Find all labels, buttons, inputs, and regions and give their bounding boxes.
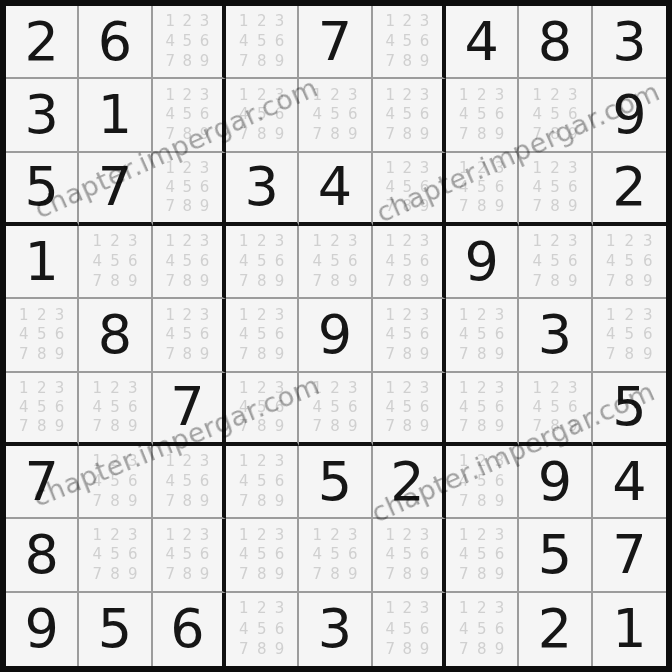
pencil-mark-9: 9 [196,125,213,145]
pencil-mark-3: 3 [271,232,289,252]
pencil-mark-8: 8 [473,565,491,585]
pencil-mark-6: 6 [196,252,213,272]
pencil-mark-4: 4 [308,105,326,125]
pencil-mark-8: 8 [253,272,271,292]
pencil-mark-5: 5 [253,545,271,565]
pencil-mark-4: 4 [162,178,179,197]
pencil-mark-3: 3 [416,159,433,178]
cell-r5c2[interactable]: 8 [79,299,152,372]
pencil-mark-2: 2 [179,525,196,545]
cell-r9c1[interactable]: 9 [6,593,79,666]
pencil-marks: 123456789 [446,373,517,442]
pencil-mark-1: 1 [528,159,546,178]
cell-r1c2[interactable]: 6 [79,6,152,79]
pencil-marks: 123456789 [446,153,517,222]
pencil-mark-9: 9 [271,417,289,436]
pencil-mark-1: 1 [88,379,106,398]
cell-r6c4[interactable]: 123456789 [226,373,299,446]
pencil-mark-7: 7 [162,197,179,216]
pencil-mark-5: 5 [546,178,564,197]
cell-r7c9[interactable]: 4 [593,446,666,519]
cell-r3c2[interactable]: 7 [79,153,152,226]
pencil-marks: 123456789 [593,299,666,370]
given-digit: 7 [318,15,352,69]
cell-r6c3[interactable]: 7 [153,373,226,446]
cell-r2c5[interactable]: 123456789 [299,79,372,152]
pencil-mark-8: 8 [399,565,416,585]
given-digit: 3 [24,88,58,142]
pencil-mark-3: 3 [491,452,509,472]
given-digit: 7 [24,455,58,509]
pencil-mark-7: 7 [382,565,399,585]
pencil-mark-7: 7 [15,417,33,436]
pencil-mark-7: 7 [162,565,179,585]
pencil-mark-9: 9 [491,197,509,216]
pencil-mark-1: 1 [455,85,473,105]
pencil-mark-5: 5 [179,252,196,272]
pencil-mark-9: 9 [416,197,433,216]
cell-r5c9[interactable]: 123456789 [593,299,666,372]
pencil-mark-5: 5 [326,105,344,125]
pencil-mark-7: 7 [455,640,473,660]
pencil-mark-2: 2 [546,159,564,178]
pencil-mark-8: 8 [253,640,271,660]
cell-r8c8[interactable]: 5 [519,519,592,592]
cell-r2c6[interactable]: 123456789 [373,79,446,152]
given-digit: 1 [98,88,132,142]
cell-r9c9[interactable]: 1 [593,593,666,666]
pencil-mark-1: 1 [15,305,33,325]
pencil-mark-4: 4 [382,398,399,417]
pencil-mark-4: 4 [455,398,473,417]
cell-r1c1[interactable]: 2 [6,6,79,79]
pencil-mark-4: 4 [235,105,253,125]
cell-r5c3[interactable]: 123456789 [153,299,226,372]
given-digit: 4 [612,455,646,509]
cell-r1c3[interactable]: 123456789 [153,6,226,79]
pencil-mark-5: 5 [399,32,416,52]
pencil-marks: 123456789 [446,446,517,517]
cell-r2c9[interactable]: 9 [593,79,666,152]
pencil-mark-1: 1 [382,305,399,325]
pencil-marks: 123456789 [6,373,77,442]
pencil-marks: 123456789 [226,446,297,517]
pencil-mark-7: 7 [308,417,326,436]
pencil-mark-9: 9 [491,492,509,512]
cell-r4c3[interactable]: 123456789 [153,226,226,299]
pencil-mark-3: 3 [416,379,433,398]
cell-r1c4[interactable]: 123456789 [226,6,299,79]
pencil-mark-3: 3 [639,305,657,325]
cell-r3c1[interactable]: 5 [6,153,79,226]
given-digit: 2 [538,602,572,656]
pencil-mark-3: 3 [564,232,582,252]
pencil-mark-3: 3 [344,379,362,398]
cell-r7c1[interactable]: 7 [6,446,79,519]
pencil-mark-3: 3 [196,525,213,545]
pencil-mark-8: 8 [106,492,124,512]
given-digit: 2 [24,15,58,69]
cell-r6c5[interactable]: 123456789 [299,373,372,446]
pencil-mark-2: 2 [473,305,491,325]
pencil-mark-4: 4 [455,619,473,639]
pencil-mark-1: 1 [15,379,33,398]
pencil-mark-2: 2 [399,305,416,325]
pencil-mark-4: 4 [235,252,253,272]
cell-r3c7[interactable]: 123456789 [446,153,519,226]
pencil-mark-6: 6 [124,252,142,272]
pencil-mark-3: 3 [271,452,289,472]
pencil-mark-2: 2 [620,232,638,252]
pencil-mark-2: 2 [620,305,638,325]
cell-r7c3[interactable]: 123456789 [153,446,226,519]
pencil-mark-1: 1 [602,305,620,325]
pencil-mark-7: 7 [235,565,253,585]
pencil-mark-1: 1 [162,85,179,105]
pencil-marks: 123456789 [373,519,442,590]
pencil-mark-6: 6 [491,619,509,639]
cell-r1c8[interactable]: 8 [519,6,592,79]
pencil-marks: 123456789 [593,226,666,297]
cell-r3c5[interactable]: 4 [299,153,372,226]
pencil-mark-1: 1 [88,232,106,252]
pencil-mark-5: 5 [473,472,491,492]
pencil-mark-3: 3 [564,85,582,105]
cell-r3c3[interactable]: 123456789 [153,153,226,226]
pencil-mark-5: 5 [179,178,196,197]
cell-r4c7[interactable]: 9 [446,226,519,299]
pencil-mark-6: 6 [344,105,362,125]
pencil-mark-6: 6 [344,252,362,272]
pencil-marks: 123456789 [153,519,222,590]
cell-r9c6[interactable]: 123456789 [373,593,446,666]
pencil-mark-8: 8 [253,565,271,585]
pencil-mark-2: 2 [106,379,124,398]
pencil-mark-7: 7 [88,492,106,512]
cell-r6c1[interactable]: 123456789 [6,373,79,446]
pencil-mark-3: 3 [416,525,433,545]
pencil-mark-3: 3 [344,85,362,105]
pencil-marks: 123456789 [226,373,297,442]
pencil-mark-3: 3 [51,305,69,325]
pencil-mark-4: 4 [162,252,179,272]
cell-r5c7[interactable]: 123456789 [446,299,519,372]
pencil-mark-2: 2 [546,85,564,105]
pencil-mark-2: 2 [253,85,271,105]
pencil-mark-5: 5 [399,325,416,345]
pencil-mark-4: 4 [162,325,179,345]
pencil-mark-9: 9 [344,417,362,436]
pencil-mark-1: 1 [308,379,326,398]
cell-r6c8[interactable]: 123456789 [519,373,592,446]
pencil-marks: 123456789 [226,519,297,590]
pencil-mark-2: 2 [399,379,416,398]
pencil-marks: 123456789 [446,79,517,150]
pencil-mark-4: 4 [235,32,253,52]
pencil-mark-5: 5 [473,619,491,639]
pencil-mark-7: 7 [382,272,399,292]
pencil-mark-9: 9 [124,565,142,585]
cell-r5c1[interactable]: 123456789 [6,299,79,372]
cell-r5c5[interactable]: 9 [299,299,372,372]
pencil-mark-7: 7 [235,492,253,512]
pencil-mark-8: 8 [253,52,271,72]
pencil-mark-7: 7 [455,417,473,436]
pencil-mark-9: 9 [196,492,213,512]
pencil-mark-8: 8 [399,417,416,436]
given-digit: 7 [170,380,204,434]
cell-r8c6[interactable]: 123456789 [373,519,446,592]
pencil-mark-7: 7 [162,52,179,72]
cell-r9c4[interactable]: 123456789 [226,593,299,666]
pencil-mark-9: 9 [271,565,289,585]
cell-r4c9[interactable]: 123456789 [593,226,666,299]
pencil-mark-6: 6 [416,398,433,417]
pencil-mark-6: 6 [124,545,142,565]
pencil-mark-7: 7 [162,125,179,145]
pencil-mark-6: 6 [491,105,509,125]
pencil-mark-5: 5 [399,619,416,639]
cell-r4c4[interactable]: 123456789 [226,226,299,299]
pencil-mark-3: 3 [271,525,289,545]
pencil-mark-8: 8 [473,125,491,145]
cell-r7c6[interactable]: 2 [373,446,446,519]
cell-r8c7[interactable]: 123456789 [446,519,519,592]
pencil-mark-5: 5 [326,252,344,272]
pencil-mark-3: 3 [491,379,509,398]
cell-r2c3[interactable]: 123456789 [153,79,226,152]
given-digit: 3 [318,602,352,656]
pencil-marks: 123456789 [226,6,297,77]
cell-r6c9[interactable]: 5 [593,373,666,446]
pencil-mark-2: 2 [179,232,196,252]
pencil-mark-7: 7 [15,345,33,365]
pencil-mark-4: 4 [528,252,546,272]
pencil-mark-8: 8 [473,417,491,436]
pencil-mark-3: 3 [564,159,582,178]
cell-r8c9[interactable]: 7 [593,519,666,592]
pencil-mark-6: 6 [564,398,582,417]
pencil-mark-1: 1 [382,599,399,619]
cell-r5c6[interactable]: 123456789 [373,299,446,372]
pencil-mark-2: 2 [473,452,491,472]
pencil-mark-5: 5 [473,325,491,345]
pencil-mark-1: 1 [162,452,179,472]
pencil-marks: 123456789 [226,593,297,666]
pencil-mark-4: 4 [162,32,179,52]
cell-r9c7[interactable]: 123456789 [446,593,519,666]
pencil-mark-7: 7 [235,417,253,436]
pencil-mark-7: 7 [235,52,253,72]
pencil-mark-4: 4 [382,545,399,565]
pencil-mark-6: 6 [416,178,433,197]
pencil-marks: 123456789 [79,446,150,517]
pencil-marks: 123456789 [446,299,517,370]
pencil-mark-1: 1 [88,525,106,545]
pencil-mark-2: 2 [33,305,51,325]
pencil-marks: 123456789 [153,299,222,370]
pencil-mark-8: 8 [326,125,344,145]
cell-r3c8[interactable]: 123456789 [519,153,592,226]
cell-r1c9[interactable]: 3 [593,6,666,79]
pencil-mark-8: 8 [473,197,491,216]
cell-r9c5[interactable]: 3 [299,593,372,666]
pencil-mark-5: 5 [620,252,638,272]
pencil-mark-5: 5 [179,325,196,345]
pencil-mark-6: 6 [271,325,289,345]
pencil-mark-2: 2 [473,599,491,619]
pencil-mark-6: 6 [491,325,509,345]
cell-r6c6[interactable]: 123456789 [373,373,446,446]
cell-r9c8[interactable]: 2 [519,593,592,666]
cell-r7c4[interactable]: 123456789 [226,446,299,519]
given-digit: 3 [612,15,646,69]
cell-r2c7[interactable]: 123456789 [446,79,519,152]
cell-r7c8[interactable]: 9 [519,446,592,519]
pencil-mark-8: 8 [546,272,564,292]
cell-r8c2[interactable]: 123456789 [79,519,152,592]
pencil-mark-6: 6 [416,619,433,639]
pencil-marks: 123456789 [373,153,442,222]
cell-r3c4[interactable]: 3 [226,153,299,226]
pencil-mark-5: 5 [620,325,638,345]
given-digit: 4 [464,15,498,69]
pencil-mark-3: 3 [196,305,213,325]
cell-r7c5[interactable]: 5 [299,446,372,519]
cell-r6c2[interactable]: 123456789 [79,373,152,446]
given-digit: 7 [612,528,646,582]
pencil-mark-5: 5 [253,398,271,417]
pencil-mark-4: 4 [382,32,399,52]
pencil-mark-6: 6 [416,545,433,565]
cell-r8c4[interactable]: 123456789 [226,519,299,592]
pencil-mark-8: 8 [473,492,491,512]
pencil-marks: 123456789 [446,519,517,590]
pencil-mark-7: 7 [455,565,473,585]
pencil-mark-2: 2 [179,452,196,472]
pencil-mark-8: 8 [620,345,638,365]
cell-r4c6[interactable]: 123456789 [373,226,446,299]
pencil-mark-3: 3 [271,305,289,325]
pencil-mark-8: 8 [179,272,196,292]
pencil-mark-5: 5 [399,545,416,565]
given-digit: 4 [318,160,352,214]
pencil-mark-9: 9 [51,417,69,436]
pencil-mark-7: 7 [162,492,179,512]
cell-r7c7[interactable]: 123456789 [446,446,519,519]
cell-r4c5[interactable]: 123456789 [299,226,372,299]
pencil-mark-7: 7 [382,345,399,365]
pencil-mark-7: 7 [602,272,620,292]
pencil-marks: 123456789 [226,79,297,150]
pencil-mark-4: 4 [602,252,620,272]
cell-r9c2[interactable]: 5 [79,593,152,666]
cell-r1c7[interactable]: 4 [446,6,519,79]
pencil-mark-8: 8 [179,197,196,216]
cell-r1c5[interactable]: 7 [299,6,372,79]
pencil-mark-2: 2 [399,232,416,252]
pencil-mark-3: 3 [124,232,142,252]
cell-r2c8[interactable]: 123456789 [519,79,592,152]
cell-r7c2[interactable]: 123456789 [79,446,152,519]
cell-r1c6[interactable]: 123456789 [373,6,446,79]
pencil-mark-7: 7 [528,272,546,292]
pencil-mark-2: 2 [326,379,344,398]
cell-r3c9[interactable]: 2 [593,153,666,226]
pencil-mark-8: 8 [399,125,416,145]
given-digit: 5 [24,160,58,214]
pencil-mark-8: 8 [473,345,491,365]
pencil-mark-3: 3 [491,599,509,619]
pencil-mark-3: 3 [51,379,69,398]
cell-r4c8[interactable]: 123456789 [519,226,592,299]
pencil-mark-6: 6 [344,398,362,417]
pencil-mark-8: 8 [399,272,416,292]
pencil-mark-1: 1 [382,159,399,178]
pencil-mark-9: 9 [416,345,433,365]
cell-r6c7[interactable]: 123456789 [446,373,519,446]
pencil-mark-2: 2 [106,525,124,545]
pencil-mark-5: 5 [399,398,416,417]
pencil-mark-8: 8 [399,345,416,365]
pencil-mark-5: 5 [399,178,416,197]
cell-r5c8[interactable]: 3 [519,299,592,372]
cell-r8c5[interactable]: 123456789 [299,519,372,592]
pencil-mark-7: 7 [382,52,399,72]
pencil-mark-2: 2 [253,379,271,398]
cell-r4c1[interactable]: 1 [6,226,79,299]
pencil-mark-1: 1 [162,525,179,545]
pencil-mark-4: 4 [455,545,473,565]
pencil-mark-3: 3 [491,525,509,545]
cell-r2c2[interactable]: 1 [79,79,152,152]
pencil-mark-2: 2 [473,525,491,545]
cell-r8c3[interactable]: 123456789 [153,519,226,592]
pencil-mark-2: 2 [33,379,51,398]
pencil-mark-4: 4 [88,252,106,272]
pencil-mark-6: 6 [344,545,362,565]
pencil-mark-9: 9 [344,565,362,585]
pencil-mark-8: 8 [399,640,416,660]
pencil-mark-6: 6 [51,398,69,417]
pencil-marks: 123456789 [153,6,222,77]
cell-r8c1[interactable]: 8 [6,519,79,592]
pencil-marks: 123456789 [519,79,590,150]
pencil-mark-9: 9 [271,492,289,512]
cell-r4c2[interactable]: 123456789 [79,226,152,299]
cell-r5c4[interactable]: 123456789 [226,299,299,372]
pencil-marks: 123456789 [6,299,77,370]
pencil-mark-6: 6 [196,178,213,197]
pencil-mark-6: 6 [639,325,657,345]
pencil-mark-8: 8 [399,197,416,216]
pencil-mark-4: 4 [15,325,33,345]
cell-r2c4[interactable]: 123456789 [226,79,299,152]
cell-r2c1[interactable]: 3 [6,79,79,152]
pencil-mark-9: 9 [416,52,433,72]
pencil-marks: 123456789 [299,79,370,150]
given-digit: 6 [98,15,132,69]
pencil-mark-9: 9 [416,125,433,145]
pencil-mark-5: 5 [473,178,491,197]
pencil-marks: 123456789 [299,226,370,297]
given-digit: 8 [98,308,132,362]
cell-r9c3[interactable]: 6 [153,593,226,666]
pencil-marks: 123456789 [153,226,222,297]
pencil-mark-9: 9 [416,272,433,292]
pencil-marks: 123456789 [373,299,442,370]
cell-r3c6[interactable]: 123456789 [373,153,446,226]
